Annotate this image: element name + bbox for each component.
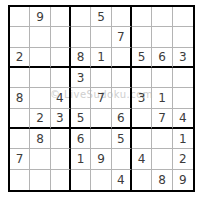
sudoku-board: © LiveSudoku.com 95728156338473123567486… — [8, 5, 195, 192]
cell-r1c8[interactable] — [152, 7, 172, 27]
cell-r1c6[interactable] — [112, 7, 132, 27]
given-digit: 2 — [36, 112, 44, 124]
cell-r6c7[interactable] — [132, 109, 152, 129]
cell-r7c6: 5 — [112, 129, 132, 149]
cell-r4c3[interactable] — [51, 68, 71, 88]
cell-r3c3[interactable] — [51, 48, 71, 68]
cell-r8c1: 7 — [10, 149, 30, 169]
cell-r8c8[interactable] — [152, 149, 172, 169]
cell-r8c7: 4 — [132, 149, 152, 169]
given-digit: 8 — [36, 133, 44, 145]
cell-r9c7[interactable] — [132, 170, 152, 190]
cell-r7c7[interactable] — [132, 129, 152, 149]
cell-r4c5[interactable] — [91, 68, 111, 88]
cell-r2c3[interactable] — [51, 27, 71, 47]
cell-r5c6[interactable] — [112, 88, 132, 108]
cell-r4c4: 3 — [71, 68, 91, 88]
cell-r3c5: 1 — [91, 48, 111, 68]
cell-r9c6: 4 — [112, 170, 132, 190]
cell-r3c2[interactable] — [30, 48, 50, 68]
given-digit: 3 — [77, 72, 85, 84]
cell-r5c9[interactable] — [173, 88, 193, 108]
given-digit: 9 — [36, 11, 44, 23]
cell-r2c7[interactable] — [132, 27, 152, 47]
cell-r1c1[interactable] — [10, 7, 30, 27]
cell-r1c3[interactable] — [51, 7, 71, 27]
cell-r8c9: 2 — [173, 149, 193, 169]
cell-r1c2: 9 — [30, 7, 50, 27]
cell-r2c1[interactable] — [10, 27, 30, 47]
cell-r9c2[interactable] — [30, 170, 50, 190]
given-digit: 1 — [97, 51, 105, 63]
cell-r2c5[interactable] — [91, 27, 111, 47]
given-digit: 7 — [16, 153, 24, 165]
cell-r1c4[interactable] — [71, 7, 91, 27]
cell-r4c9[interactable] — [173, 68, 193, 88]
cell-r5c8: 1 — [152, 88, 172, 108]
cell-r7c1[interactable] — [10, 129, 30, 149]
cell-r3c7: 5 — [132, 48, 152, 68]
cell-r7c3[interactable] — [51, 129, 71, 149]
cell-r7c8[interactable] — [152, 129, 172, 149]
given-digit: 6 — [77, 133, 85, 145]
given-digit: 6 — [158, 51, 166, 63]
cell-r2c6: 7 — [112, 27, 132, 47]
given-digit: 5 — [117, 133, 125, 145]
cell-r6c6: 6 — [112, 109, 132, 129]
cell-r4c1[interactable] — [10, 68, 30, 88]
cell-r7c9: 1 — [173, 129, 193, 149]
given-digit: 9 — [179, 174, 187, 186]
cell-r4c2[interactable] — [30, 68, 50, 88]
cell-r7c5[interactable] — [91, 129, 111, 149]
cell-r6c1[interactable] — [10, 109, 30, 129]
cell-r4c6[interactable] — [112, 68, 132, 88]
cell-r2c2[interactable] — [30, 27, 50, 47]
cell-r6c5[interactable] — [91, 109, 111, 129]
cell-r2c8[interactable] — [152, 27, 172, 47]
given-digit: 1 — [158, 92, 166, 104]
cell-r5c7: 3 — [132, 88, 152, 108]
given-digit: 8 — [16, 92, 24, 104]
sudoku-puzzle-image: © LiveSudoku.com 95728156338473123567486… — [0, 0, 200, 200]
cell-r5c3: 4 — [51, 88, 71, 108]
given-digit: 5 — [97, 11, 105, 23]
cell-r6c9: 4 — [173, 109, 193, 129]
cell-r3c8: 6 — [152, 48, 172, 68]
cell-r1c9[interactable] — [173, 7, 193, 27]
given-digit: 9 — [97, 153, 105, 165]
given-digit: 5 — [77, 112, 85, 124]
cell-r9c5[interactable] — [91, 170, 111, 190]
cell-r1c5: 5 — [91, 7, 111, 27]
cell-r6c8: 7 — [152, 109, 172, 129]
given-digit: 3 — [138, 92, 146, 104]
cell-r5c4[interactable] — [71, 88, 91, 108]
given-digit: 4 — [138, 153, 146, 165]
given-digit: 1 — [77, 153, 85, 165]
cell-r5c2[interactable] — [30, 88, 50, 108]
cell-r8c5: 9 — [91, 149, 111, 169]
cell-r9c4[interactable] — [71, 170, 91, 190]
cell-r8c6[interactable] — [112, 149, 132, 169]
cell-r3c1: 2 — [10, 48, 30, 68]
cell-r4c7[interactable] — [132, 68, 152, 88]
given-digit: 8 — [77, 51, 85, 63]
given-digit: 5 — [138, 51, 146, 63]
cell-r4c8[interactable] — [152, 68, 172, 88]
cell-r8c3[interactable] — [51, 149, 71, 169]
cell-r5c5: 7 — [91, 88, 111, 108]
given-digit: 8 — [158, 174, 166, 186]
cell-r2c9[interactable] — [173, 27, 193, 47]
given-digit: 4 — [179, 112, 187, 124]
cell-r2c4[interactable] — [71, 27, 91, 47]
cell-r1c7[interactable] — [132, 7, 152, 27]
cell-r3c6[interactable] — [112, 48, 132, 68]
cell-r8c2[interactable] — [30, 149, 50, 169]
given-digit: 4 — [117, 174, 125, 186]
cell-r5c1: 8 — [10, 88, 30, 108]
given-digit: 2 — [179, 153, 187, 165]
cell-r3c4: 8 — [71, 48, 91, 68]
cell-r3c9: 3 — [173, 48, 193, 68]
given-digit: 3 — [56, 112, 64, 124]
cell-r9c8: 8 — [152, 170, 172, 190]
given-digit: 6 — [117, 112, 125, 124]
cell-r6c3: 3 — [51, 109, 71, 129]
given-digit: 7 — [117, 31, 125, 43]
given-digit: 7 — [97, 92, 105, 104]
cell-r9c3[interactable] — [51, 170, 71, 190]
cell-r9c9: 9 — [173, 170, 193, 190]
given-digit: 4 — [56, 92, 64, 104]
cell-r8c4: 1 — [71, 149, 91, 169]
given-digit: 7 — [158, 112, 166, 124]
cell-r6c4: 5 — [71, 109, 91, 129]
cell-r9c1[interactable] — [10, 170, 30, 190]
cell-r7c4: 6 — [71, 129, 91, 149]
given-digit: 3 — [179, 51, 187, 63]
given-digit: 1 — [179, 133, 187, 145]
cell-r7c2: 8 — [30, 129, 50, 149]
given-digit: 2 — [16, 51, 24, 63]
cell-r6c2: 2 — [30, 109, 50, 129]
